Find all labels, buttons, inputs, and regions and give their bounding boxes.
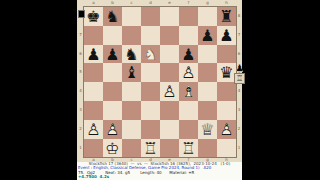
square-f1[interactable]: ♜♖ [179, 139, 198, 158]
black-P-piece[interactable]: ♟ [179, 45, 198, 64]
chess-board-block: abcdefgh 87654321 ♚♞♜♟♟♟♟♞♞♘♟♝♟♙♛♟♙♝♗♟♙♟… [77, 0, 242, 163]
white-P-piece[interactable]: ♟♙ [84, 120, 103, 139]
square-a5[interactable] [84, 63, 103, 82]
piece-outline: ♘ [141, 45, 160, 64]
chess-board[interactable]: ♚♞♜♟♟♟♟♞♞♘♟♝♟♙♛♟♙♝♗♟♙♟♙♛♕♟♙♚♔♜♖♜♖ [84, 7, 236, 157]
square-g4[interactable] [198, 82, 217, 101]
square-b3[interactable] [103, 101, 122, 120]
piece-outline: ♙ [84, 120, 103, 139]
game-info-panel: Stockfish 17 (3640) — vs — Stockfish 16 … [77, 162, 242, 180]
square-a8[interactable]: ♚ [84, 7, 103, 26]
square-g5[interactable] [198, 63, 217, 82]
square-h1[interactable] [217, 139, 236, 158]
square-c3[interactable] [122, 101, 141, 120]
rank-label: 3 [236, 101, 242, 120]
square-b8[interactable]: ♞ [103, 7, 122, 26]
black-R-piece[interactable]: ♜ [217, 7, 236, 26]
file-label: b [103, 0, 122, 7]
square-c8[interactable] [122, 7, 141, 26]
square-f4[interactable]: ♝♗ [179, 82, 198, 101]
engine-eval-line: +4.7500 4.2s [77, 175, 242, 179]
white-R-piece[interactable]: ♜♖ [179, 139, 198, 158]
piece-outline: ♔ [103, 139, 122, 158]
file-label: h [217, 0, 236, 7]
rank-label: 5 [77, 63, 84, 82]
square-e7[interactable] [160, 26, 179, 45]
square-f7[interactable] [179, 26, 198, 45]
piece-outline: ♙ [217, 120, 236, 139]
square-g8[interactable] [198, 7, 217, 26]
square-a1[interactable] [84, 139, 103, 158]
file-label: a [84, 0, 103, 7]
square-e1[interactable] [160, 139, 179, 158]
square-b7[interactable] [103, 26, 122, 45]
square-a4[interactable] [84, 82, 103, 101]
square-h3[interactable] [217, 101, 236, 120]
app-window: abcdefgh 87654321 ♚♞♜♟♟♟♟♞♞♘♟♝♟♙♛♟♙♝♗♟♙♟… [0, 0, 320, 180]
rank-labels-left: 87654321 [77, 7, 84, 158]
file-label: g [198, 0, 217, 7]
rank-label: 6 [236, 45, 242, 64]
white-P-piece[interactable]: ♟♙ [179, 63, 198, 82]
square-c2[interactable] [122, 120, 141, 139]
white-rook-icon: ♖ [234, 73, 245, 84]
black-B-piece[interactable]: ♝ [122, 63, 141, 82]
rank-label: 4 [77, 82, 84, 101]
file-label: f [179, 0, 198, 7]
piece-outline: ♙ [179, 63, 198, 82]
square-b6[interactable]: ♟ [103, 45, 122, 64]
square-d5[interactable] [141, 63, 160, 82]
square-a3[interactable] [84, 101, 103, 120]
piece-outline: ♖ [141, 139, 160, 158]
white-N-piece[interactable]: ♞♘ [141, 45, 160, 64]
square-d6[interactable]: ♞♘ [141, 45, 160, 64]
rank-label: 7 [236, 26, 242, 45]
square-e5[interactable] [160, 63, 179, 82]
white-K-piece[interactable]: ♚♔ [103, 139, 122, 158]
white-P-piece[interactable]: ♟♙ [160, 82, 179, 101]
square-g3[interactable] [198, 101, 217, 120]
square-h4[interactable] [217, 82, 236, 101]
piece-outline: ♙ [160, 82, 179, 101]
rank-label: 4 [236, 82, 242, 101]
file-label: d [141, 0, 160, 7]
white-P-piece[interactable]: ♟♙ [103, 120, 122, 139]
rank-label: 7 [77, 26, 84, 45]
square-h6[interactable] [217, 45, 236, 64]
black-K-piece[interactable]: ♚ [84, 7, 103, 26]
white-B-piece[interactable]: ♝♗ [179, 82, 198, 101]
rank-label: 2 [236, 120, 242, 139]
rank-label: 2 [77, 120, 84, 139]
file-label: e [160, 0, 179, 7]
square-d2[interactable] [141, 120, 160, 139]
square-d7[interactable] [141, 26, 160, 45]
black-N-piece[interactable]: ♞ [103, 7, 122, 26]
square-h2[interactable]: ♟♙ [217, 120, 236, 139]
black-N-piece[interactable]: ♞ [122, 45, 141, 64]
captured-material-tray: ♟ ♖ [234, 63, 245, 84]
square-b4[interactable] [103, 82, 122, 101]
square-d3[interactable] [141, 101, 160, 120]
square-b5[interactable] [103, 63, 122, 82]
square-a2[interactable]: ♟♙ [84, 120, 103, 139]
square-c5[interactable]: ♝ [122, 63, 141, 82]
rank-label: 6 [77, 45, 84, 64]
white-R-piece[interactable]: ♜♖ [141, 139, 160, 158]
piece-outline: ♗ [179, 82, 198, 101]
square-d1[interactable]: ♜♖ [141, 139, 160, 158]
file-labels-top: abcdefgh [84, 0, 236, 7]
rank-label: 1 [236, 139, 242, 158]
square-d4[interactable] [141, 82, 160, 101]
square-e3[interactable] [160, 101, 179, 120]
square-c6[interactable]: ♞ [122, 45, 141, 64]
square-f2[interactable] [179, 120, 198, 139]
square-e6[interactable] [160, 45, 179, 64]
rank-label: 1 [77, 139, 84, 158]
square-f5[interactable]: ♟♙ [179, 63, 198, 82]
square-c4[interactable] [122, 82, 141, 101]
black-P-piece[interactable]: ♟ [103, 45, 122, 64]
black-P-piece[interactable]: ♟ [217, 26, 236, 45]
black-P-piece[interactable]: ♟ [84, 45, 103, 64]
square-g7[interactable]: ♟ [198, 26, 217, 45]
rank-label: 8 [236, 7, 242, 26]
square-a6[interactable]: ♟ [84, 45, 103, 64]
square-f6[interactable]: ♟ [179, 45, 198, 64]
square-e4[interactable]: ♟♙ [160, 82, 179, 101]
black-P-piece[interactable]: ♟ [198, 26, 217, 45]
square-g6[interactable] [198, 45, 217, 64]
rank-label: 3 [77, 101, 84, 120]
piece-outline: ♖ [179, 139, 198, 158]
square-c7[interactable] [122, 26, 141, 45]
white-Q-piece[interactable]: ♛♕ [198, 120, 217, 139]
square-c1[interactable] [122, 139, 141, 158]
square-g2[interactable]: ♛♕ [198, 120, 217, 139]
black-pawn-icon: ♟ [234, 63, 245, 73]
square-f3[interactable] [179, 101, 198, 120]
white-P-piece[interactable]: ♟♙ [217, 120, 236, 139]
square-f8[interactable] [179, 7, 198, 26]
square-h7[interactable]: ♟ [217, 26, 236, 45]
square-b1[interactable]: ♚♔ [103, 139, 122, 158]
file-label: c [122, 0, 141, 7]
square-g1[interactable] [198, 139, 217, 158]
square-e8[interactable] [160, 7, 179, 26]
square-h8[interactable]: ♜ [217, 7, 236, 26]
square-b2[interactable]: ♟♙ [103, 120, 122, 139]
piece-outline: ♙ [103, 120, 122, 139]
side-to-move-indicator [78, 10, 85, 18]
square-d8[interactable] [141, 7, 160, 26]
square-e2[interactable] [160, 120, 179, 139]
piece-outline: ♕ [198, 120, 217, 139]
square-a7[interactable] [84, 26, 103, 45]
